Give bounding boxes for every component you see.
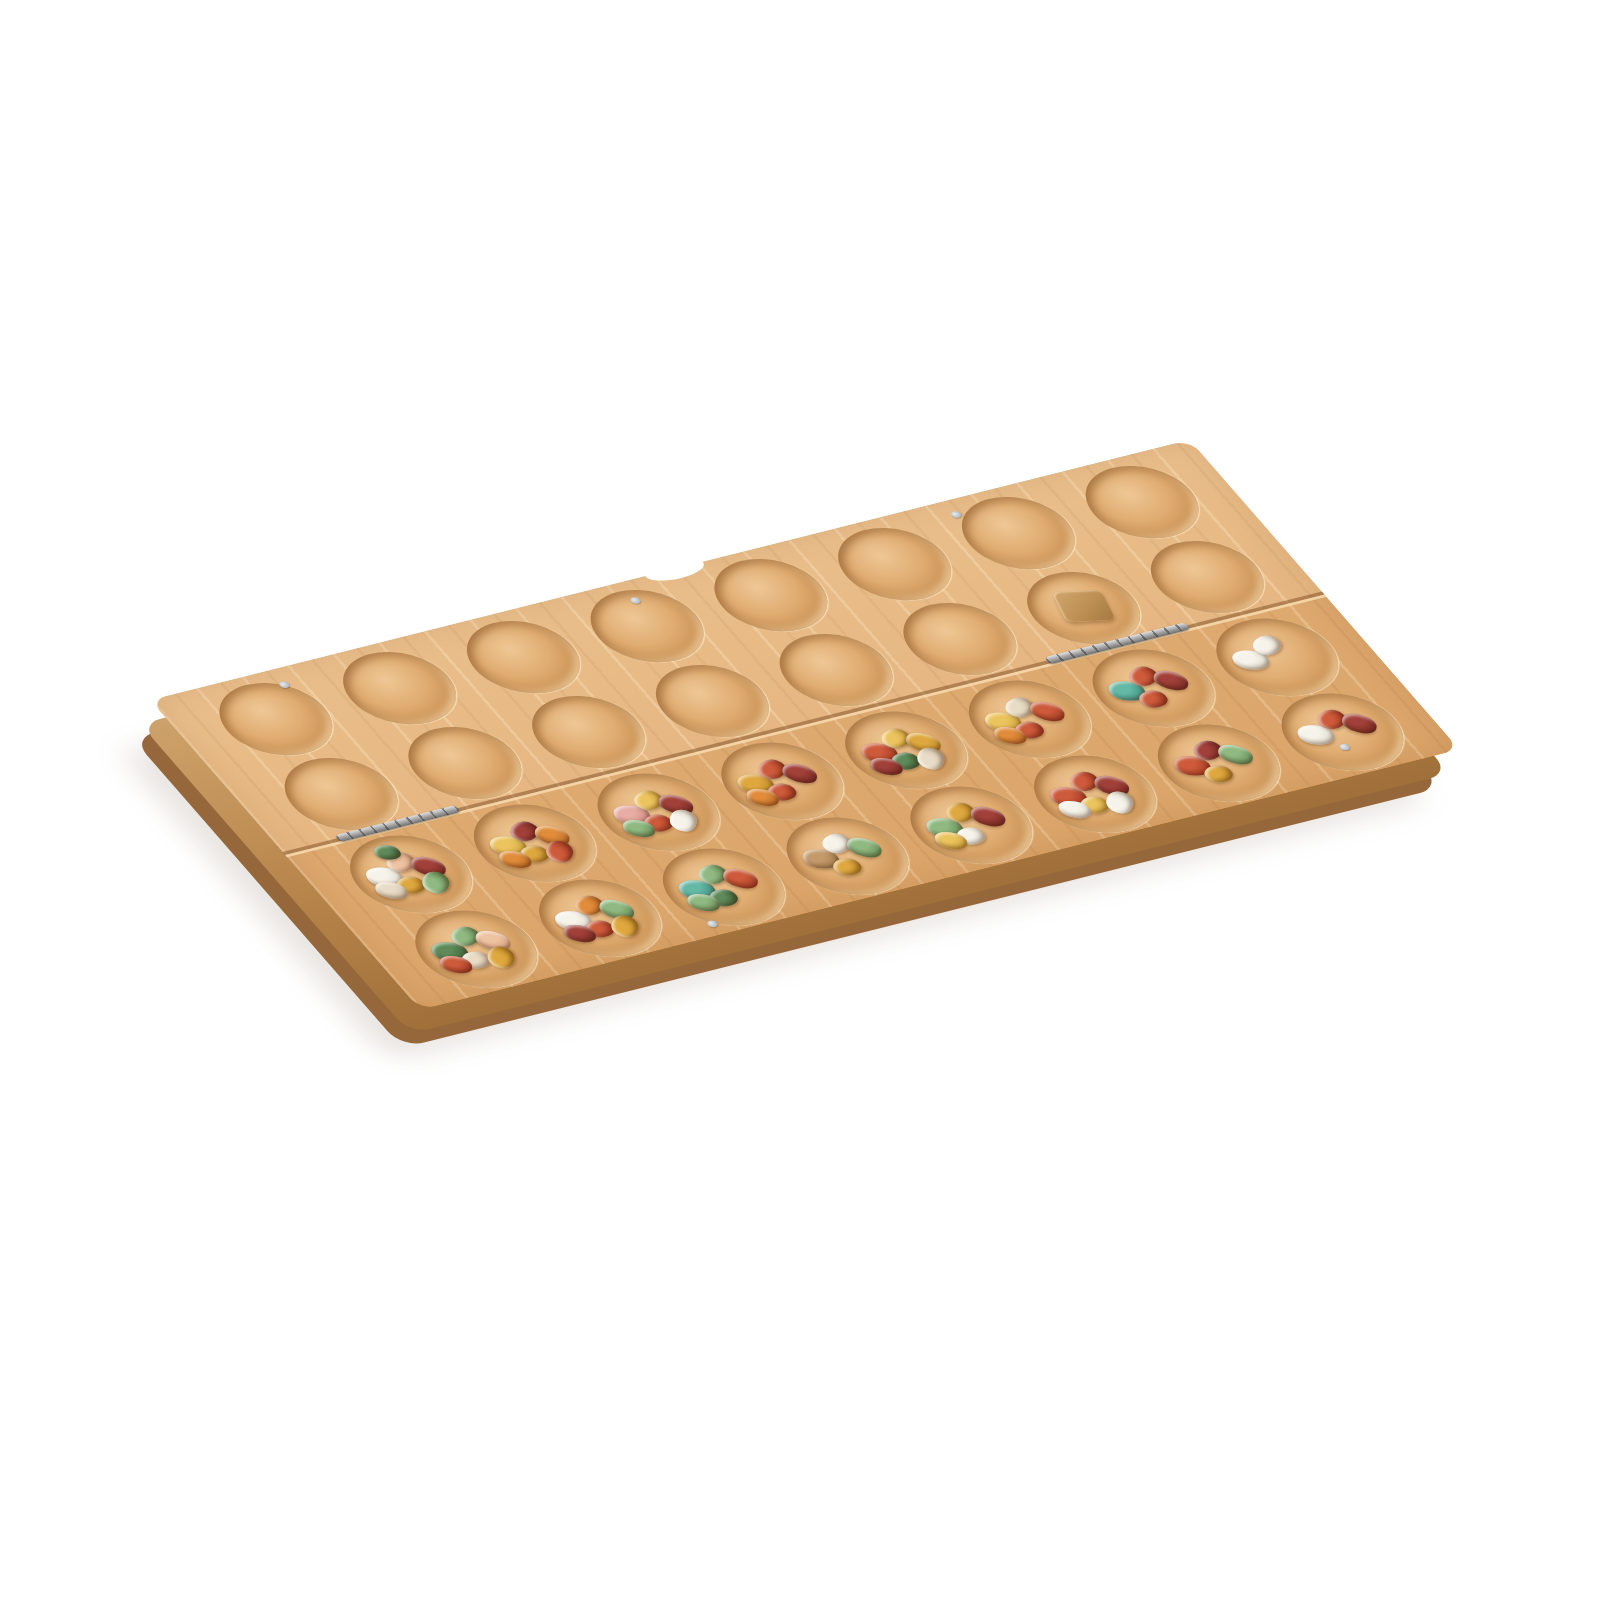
stone-red [722,866,759,892]
stone-maroon [1341,711,1378,737]
stone-maroon [970,804,1007,830]
stone-green [1217,742,1254,768]
product-photo-scene [0,0,1600,1600]
stone-red [1028,699,1065,725]
stone-maroon [781,761,818,787]
wood-block [1051,590,1115,623]
stone-maroon [1152,668,1189,694]
stone-green [846,835,883,861]
